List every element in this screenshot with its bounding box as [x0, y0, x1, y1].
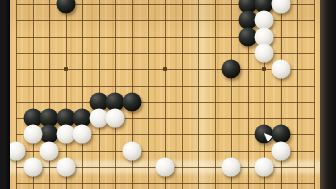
white-stone — [255, 43, 274, 62]
white-stone — [106, 109, 125, 128]
black-stone — [222, 60, 241, 79]
grid-line-horizontal — [16, 86, 315, 87]
go-board[interactable] — [0, 0, 336, 189]
grid-line-vertical — [49, 0, 50, 189]
white-stone — [271, 60, 290, 79]
white-stone — [222, 158, 241, 177]
white-stone — [155, 158, 174, 177]
grid-line-vertical — [182, 0, 183, 189]
star-point — [262, 67, 266, 71]
white-stone — [271, 141, 290, 160]
grid-line-vertical — [281, 0, 282, 189]
white-stone — [40, 141, 59, 160]
grid-line-vertical — [198, 0, 199, 189]
white-stone — [122, 141, 141, 160]
black-stone — [122, 92, 141, 111]
grid-line-horizontal — [16, 102, 315, 103]
grid-line-vertical — [314, 0, 315, 189]
star-point — [163, 67, 167, 71]
white-stone — [73, 125, 92, 144]
star-point — [64, 67, 68, 71]
white-stone — [23, 158, 42, 177]
right-border-bar — [320, 0, 336, 189]
grid-line-vertical — [16, 0, 17, 189]
white-stone — [23, 125, 42, 144]
grid-line-horizontal — [16, 151, 315, 152]
white-stone — [255, 158, 274, 177]
left-border-bar — [0, 0, 10, 189]
grid-line-vertical — [82, 0, 83, 189]
white-stone — [56, 158, 75, 177]
grid-line-vertical — [215, 0, 216, 189]
grid-line-horizontal — [16, 183, 315, 184]
grid-line-vertical — [297, 0, 298, 189]
grid-line-vertical — [148, 0, 149, 189]
